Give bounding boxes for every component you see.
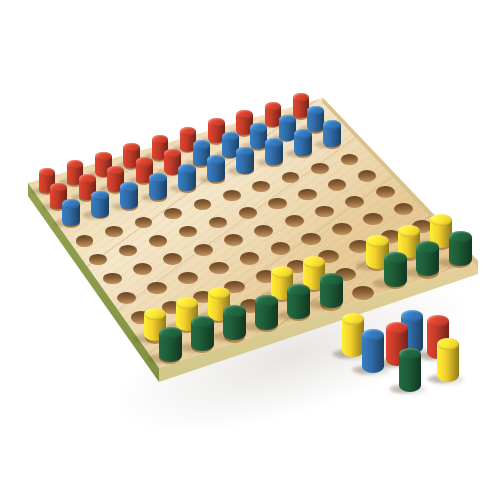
peg-blue-r2c9-cap xyxy=(279,115,296,124)
peg-yellow-r9c9-cap xyxy=(398,225,420,237)
peg-hole-r7c7 xyxy=(301,233,321,245)
peg-green-r10c1-cap xyxy=(159,327,182,340)
peg-blue-r3c3-cap xyxy=(120,182,138,192)
peg-green-r10c10-cap xyxy=(449,231,472,244)
peg-hole-r6c9 xyxy=(345,196,364,208)
peg-hole-r5c3 xyxy=(149,235,167,246)
peg-hole-r6c10 xyxy=(376,186,395,198)
peg-hole-r7c9 xyxy=(363,213,383,225)
peg-green-r10c9-cap xyxy=(416,241,439,254)
pegs-layer xyxy=(0,0,500,500)
peg-red-r2c2-cap xyxy=(79,174,96,183)
peg-hole-r5c2 xyxy=(119,245,137,256)
peg-yellow-r9c1-cap xyxy=(144,308,166,320)
loose-peg-red-2-cap xyxy=(427,315,449,327)
loose-peg-blue-0-cap xyxy=(401,310,423,322)
peg-green-r10c3-cap xyxy=(223,305,246,318)
peg-hole-r4c5 xyxy=(194,199,211,210)
peg-red-r1c6-cap xyxy=(180,127,196,136)
peg-hole-r5c1 xyxy=(89,254,107,265)
peg-hole-r10c7 xyxy=(352,286,374,300)
peg-blue-r3c4-cap xyxy=(149,173,167,183)
peg-blue-r2c8-cap xyxy=(250,123,267,132)
peg-hole-r4c4 xyxy=(164,208,181,219)
peg-red-r1c3-cap xyxy=(95,152,111,161)
peg-hole-r6c4 xyxy=(194,244,213,256)
peg-hole-r5c10 xyxy=(358,170,376,181)
peg-green-r10c4-cap xyxy=(255,295,278,308)
peg-red-r1c7-cap xyxy=(208,118,224,127)
peg-hole-r7c4 xyxy=(209,262,229,274)
peg-hole-r4c7 xyxy=(252,181,269,192)
peg-hole-r4c10 xyxy=(341,154,358,165)
peg-hole-r4c8 xyxy=(282,172,299,183)
peg-red-r2c4-cap xyxy=(136,157,153,166)
loose-peg-blue-4-cap xyxy=(362,329,384,341)
peg-red-r1c5-cap xyxy=(152,135,168,144)
peg-blue-r3c9-cap xyxy=(294,129,312,139)
peg-hole-r5c8 xyxy=(298,189,316,200)
peg-hole-r5c5 xyxy=(209,217,227,228)
peg-hole-r7c10 xyxy=(394,203,414,215)
peg-hole-r7c1 xyxy=(117,292,137,304)
peg-green-r10c6-cap xyxy=(320,273,343,286)
peg-hole-r6c2 xyxy=(133,263,152,275)
loose-peg-yellow-5-cap xyxy=(437,338,459,350)
peg-yellow-r9c6-cap xyxy=(303,256,325,268)
peg-yellow-r9c8-cap xyxy=(366,235,388,247)
peg-blue-r3c5-cap xyxy=(178,164,196,174)
peg-hole-r6c3 xyxy=(163,253,182,265)
peg-hole-r4c6 xyxy=(223,190,240,201)
peg-hole-r6c6 xyxy=(254,225,273,237)
photo-scene xyxy=(0,0,500,500)
loose-peg-yellow-1-cap xyxy=(342,313,364,325)
peg-blue-r2c6-cap xyxy=(193,140,210,149)
peg-red-r1c9-cap xyxy=(265,102,281,111)
peg-hole-r6c1 xyxy=(103,273,122,285)
loose-peg-green-6-cap xyxy=(399,348,421,360)
peg-hole-r5c7 xyxy=(268,198,286,209)
peg-hole-r4c1 xyxy=(76,235,93,246)
peg-hole-r5c4 xyxy=(179,226,197,237)
peg-blue-r2c7-cap xyxy=(222,132,239,141)
peg-hole-r7c2 xyxy=(147,282,167,294)
peg-hole-r4c9 xyxy=(311,163,328,174)
peg-hole-r6c5 xyxy=(224,234,243,246)
peg-red-r1c8-cap xyxy=(236,110,252,119)
peg-hole-r4c3 xyxy=(135,217,152,228)
peg-hole-r7c5 xyxy=(240,252,260,264)
peg-blue-r3c8-cap xyxy=(265,138,283,148)
peg-yellow-r9c3-cap xyxy=(208,287,230,299)
peg-hole-r4c2 xyxy=(105,226,122,237)
peg-hole-r7c8 xyxy=(332,223,352,235)
peg-hole-r6c8 xyxy=(315,206,334,218)
loose-peg-red-3-cap xyxy=(386,322,408,334)
peg-hole-r7c6 xyxy=(271,242,291,254)
peg-hole-r5c6 xyxy=(239,207,257,218)
peg-hole-r5c9 xyxy=(328,179,346,190)
peg-hole-r7c3 xyxy=(178,272,198,284)
peg-hole-r6c7 xyxy=(285,215,304,227)
